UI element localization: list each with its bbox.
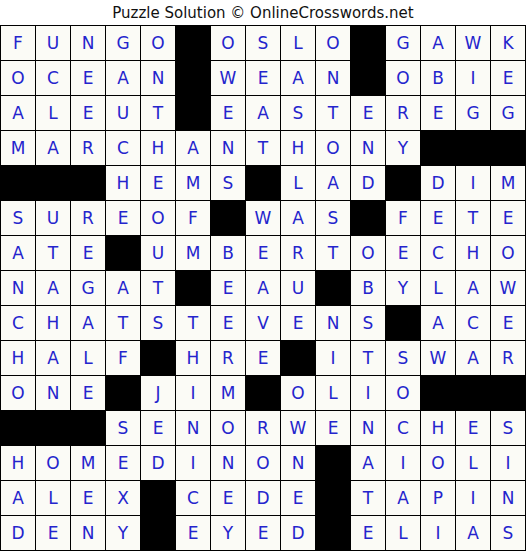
letter-cell-r13c8: O xyxy=(246,446,280,480)
letter-cell-r11c12: O xyxy=(386,376,420,410)
letter-cell-r4c12: Y xyxy=(386,131,420,165)
letter-cell-r1c10: O xyxy=(316,26,350,60)
letter-cell-r15c8: E xyxy=(246,516,280,550)
letter-cell-r13c11: A xyxy=(351,446,385,480)
letter-cell-r15c1: D xyxy=(1,516,35,550)
letter-cell-r14c11: T xyxy=(351,481,385,515)
letter-cell-r6c4: E xyxy=(106,201,140,235)
black-cell-r15c5 xyxy=(141,516,175,550)
letter-cell-r5c7: S xyxy=(211,166,245,200)
letter-cell-r3c13: E xyxy=(421,96,455,130)
letter-cell-r10c8: E xyxy=(246,341,280,375)
letter-cell-r7c11: O xyxy=(351,236,385,270)
black-cell-r8c10 xyxy=(316,271,350,305)
black-cell-r11c8 xyxy=(246,376,280,410)
puzzle-solution-page: Puzzle Solution © OnlineCrosswords.net F… xyxy=(0,0,526,551)
letter-cell-r3c2: L xyxy=(36,96,70,130)
letter-cell-r14c6: C xyxy=(176,481,210,515)
black-cell-r12c3 xyxy=(71,411,105,445)
letter-cell-r13c7: N xyxy=(211,446,245,480)
letter-cell-r10c12: S xyxy=(386,341,420,375)
letter-cell-r7c5: U xyxy=(141,236,175,270)
letter-cell-r11c2: N xyxy=(36,376,70,410)
letter-cell-r5c6: M xyxy=(176,166,210,200)
letter-cell-r5c14: I xyxy=(456,166,490,200)
letter-cell-r3c4: U xyxy=(106,96,140,130)
letter-cell-r6c13: E xyxy=(421,201,455,235)
letter-cell-r15c14: A xyxy=(456,516,490,550)
letter-cell-r14c8: D xyxy=(246,481,280,515)
letter-cell-r14c13: P xyxy=(421,481,455,515)
letter-cell-r5c5: E xyxy=(141,166,175,200)
letter-cell-r2c5: N xyxy=(141,61,175,95)
letter-cell-r6c9: A xyxy=(281,201,315,235)
letter-cell-r7c10: T xyxy=(316,236,350,270)
letter-cell-r10c13: W xyxy=(421,341,455,375)
letter-cell-r6c3: R xyxy=(71,201,105,235)
letter-cell-r10c6: H xyxy=(176,341,210,375)
letter-cell-r1c3: N xyxy=(71,26,105,60)
black-cell-r12c2 xyxy=(36,411,70,445)
letter-cell-r2c10: N xyxy=(316,61,350,95)
letter-cell-r5c11: D xyxy=(351,166,385,200)
letter-cell-r5c10: A xyxy=(316,166,350,200)
letter-cell-r4c4: C xyxy=(106,131,140,165)
black-cell-r14c10 xyxy=(316,481,350,515)
letter-cell-r14c4: X xyxy=(106,481,140,515)
black-cell-r4c13 xyxy=(421,131,455,165)
letter-cell-r8c13: L xyxy=(421,271,455,305)
letter-cell-r14c9: E xyxy=(281,481,315,515)
letter-cell-r7c6: M xyxy=(176,236,210,270)
black-cell-r11c4 xyxy=(106,376,140,410)
black-cell-r3c6 xyxy=(176,96,210,130)
letter-cell-r13c4: E xyxy=(106,446,140,480)
black-cell-r11c14 xyxy=(456,376,490,410)
black-cell-r2c11 xyxy=(351,61,385,95)
letter-cell-r8c7: E xyxy=(211,271,245,305)
letter-cell-r1c9: L xyxy=(281,26,315,60)
letter-cell-r12c13: H xyxy=(421,411,455,445)
letter-cell-r4c1: M xyxy=(1,131,35,165)
letter-cell-r5c15: M xyxy=(491,166,525,200)
letter-cell-r9c4: T xyxy=(106,306,140,340)
black-cell-r1c6 xyxy=(176,26,210,60)
letter-cell-r9c13: A xyxy=(421,306,455,340)
letter-cell-r6c5: O xyxy=(141,201,175,235)
letter-cell-r1c14: W xyxy=(456,26,490,60)
letter-cell-r9c9: E xyxy=(281,306,315,340)
letter-cell-r9c14: C xyxy=(456,306,490,340)
black-cell-r11c13 xyxy=(421,376,455,410)
letter-cell-r13c13: O xyxy=(421,446,455,480)
letter-cell-r15c15: S xyxy=(491,516,525,550)
letter-cell-r12c8: R xyxy=(246,411,280,445)
letter-cell-r7c12: E xyxy=(386,236,420,270)
letter-cell-r14c12: A xyxy=(386,481,420,515)
letter-cell-r4c7: N xyxy=(211,131,245,165)
letter-cell-r7c9: R xyxy=(281,236,315,270)
letter-cell-r3c14: G xyxy=(456,96,490,130)
letter-cell-r10c10: I xyxy=(316,341,350,375)
letter-cell-r10c15: R xyxy=(491,341,525,375)
letter-cell-r9c8: V xyxy=(246,306,280,340)
letter-cell-r3c11: E xyxy=(351,96,385,130)
black-cell-r6c7 xyxy=(211,201,245,235)
letter-cell-r9c11: S xyxy=(351,306,385,340)
letter-cell-r12c9: W xyxy=(281,411,315,445)
letter-cell-r15c7: Y xyxy=(211,516,245,550)
black-cell-r4c14 xyxy=(456,131,490,165)
letter-cell-r8c14: A xyxy=(456,271,490,305)
letter-cell-r12c4: S xyxy=(106,411,140,445)
black-cell-r5c1 xyxy=(1,166,35,200)
letter-cell-r12c14: E xyxy=(456,411,490,445)
letter-cell-r12c11: N xyxy=(351,411,385,445)
letter-cell-r3c1: A xyxy=(1,96,35,130)
letter-cell-r3c7: E xyxy=(211,96,245,130)
letter-cell-r11c3: E xyxy=(71,376,105,410)
letter-cell-r1c1: F xyxy=(1,26,35,60)
letter-cell-r6c8: W xyxy=(246,201,280,235)
letter-cell-r1c12: G xyxy=(386,26,420,60)
letter-cell-r8c2: A xyxy=(36,271,70,305)
black-cell-r5c3 xyxy=(71,166,105,200)
black-cell-r13c10 xyxy=(316,446,350,480)
letter-cell-r9c7: E xyxy=(211,306,245,340)
letter-cell-r14c2: L xyxy=(36,481,70,515)
black-cell-r4c15 xyxy=(491,131,525,165)
letter-cell-r11c1: O xyxy=(1,376,35,410)
letter-cell-r14c7: E xyxy=(211,481,245,515)
black-cell-r15c10 xyxy=(316,516,350,550)
letter-cell-r13c6: I xyxy=(176,446,210,480)
letter-cell-r3c12: R xyxy=(386,96,420,130)
letter-cell-r13c2: O xyxy=(36,446,70,480)
letter-cell-r5c13: D xyxy=(421,166,455,200)
letter-cell-r13c9: N xyxy=(281,446,315,480)
letter-cell-r5c4: H xyxy=(106,166,140,200)
letter-cell-r9c6: T xyxy=(176,306,210,340)
letter-cell-r10c11: T xyxy=(351,341,385,375)
letter-cell-r10c7: R xyxy=(211,341,245,375)
letter-cell-r15c13: I xyxy=(421,516,455,550)
letter-cell-r12c7: O xyxy=(211,411,245,445)
letter-cell-r14c3: E xyxy=(71,481,105,515)
letter-cell-r12c6: N xyxy=(176,411,210,445)
letter-cell-r8c5: T xyxy=(141,271,175,305)
letter-cell-r1c13: A xyxy=(421,26,455,60)
black-cell-r9c12 xyxy=(386,306,420,340)
letter-cell-r2c8: E xyxy=(246,61,280,95)
letter-cell-r3c5: T xyxy=(141,96,175,130)
letter-cell-r9c5: S xyxy=(141,306,175,340)
black-cell-r12c1 xyxy=(1,411,35,445)
letter-cell-r8c11: B xyxy=(351,271,385,305)
letter-cell-r4c6: A xyxy=(176,131,210,165)
black-cell-r10c5 xyxy=(141,341,175,375)
letter-cell-r11c9: O xyxy=(281,376,315,410)
letter-cell-r7c15: O xyxy=(491,236,525,270)
letter-cell-r13c1: H xyxy=(1,446,35,480)
letter-cell-r6c2: U xyxy=(36,201,70,235)
letter-cell-r2c2: C xyxy=(36,61,70,95)
letter-cell-r6c6: F xyxy=(176,201,210,235)
black-cell-r2c6 xyxy=(176,61,210,95)
letter-cell-r7c8: E xyxy=(246,236,280,270)
letter-cell-r2c12: O xyxy=(386,61,420,95)
letter-cell-r8c12: Y xyxy=(386,271,420,305)
letter-cell-r7c3: E xyxy=(71,236,105,270)
letter-cell-r12c5: E xyxy=(141,411,175,445)
letter-cell-r3c15: G xyxy=(491,96,525,130)
letter-cell-r9c15: E xyxy=(491,306,525,340)
letter-cell-r10c1: H xyxy=(1,341,35,375)
letter-cell-r15c12: L xyxy=(386,516,420,550)
letter-cell-r6c1: S xyxy=(1,201,35,235)
letter-cell-r8c8: A xyxy=(246,271,280,305)
letter-cell-r10c2: A xyxy=(36,341,70,375)
letter-cell-r5c9: L xyxy=(281,166,315,200)
letter-cell-r13c14: L xyxy=(456,446,490,480)
black-cell-r8c6 xyxy=(176,271,210,305)
letter-cell-r14c1: A xyxy=(1,481,35,515)
letter-cell-r3c9: S xyxy=(281,96,315,130)
letter-cell-r6c14: T xyxy=(456,201,490,235)
letter-cell-r10c14: A xyxy=(456,341,490,375)
black-cell-r11c15 xyxy=(491,376,525,410)
letter-cell-r1c15: K xyxy=(491,26,525,60)
letter-cell-r7c7: B xyxy=(211,236,245,270)
letter-cell-r11c7: M xyxy=(211,376,245,410)
page-title: Puzzle Solution © OnlineCrosswords.net xyxy=(0,0,526,25)
letter-cell-r15c3: N xyxy=(71,516,105,550)
letter-cell-r10c4: F xyxy=(106,341,140,375)
letter-cell-r4c9: H xyxy=(281,131,315,165)
black-cell-r10c9 xyxy=(281,341,315,375)
letter-cell-r8c1: N xyxy=(1,271,35,305)
letter-cell-r2c14: I xyxy=(456,61,490,95)
letter-cell-r13c3: M xyxy=(71,446,105,480)
letter-cell-r2c3: E xyxy=(71,61,105,95)
letter-cell-r7c1: A xyxy=(1,236,35,270)
letter-cell-r11c5: J xyxy=(141,376,175,410)
letter-cell-r12c10: E xyxy=(316,411,350,445)
letter-cell-r3c10: T xyxy=(316,96,350,130)
letter-cell-r1c8: S xyxy=(246,26,280,60)
letter-cell-r1c2: U xyxy=(36,26,70,60)
black-cell-r14c5 xyxy=(141,481,175,515)
black-cell-r1c11 xyxy=(351,26,385,60)
black-cell-r7c4 xyxy=(106,236,140,270)
letter-cell-r2c9: A xyxy=(281,61,315,95)
letter-cell-r11c10: L xyxy=(316,376,350,410)
letter-cell-r8c4: A xyxy=(106,271,140,305)
letter-cell-r2c4: A xyxy=(106,61,140,95)
letter-cell-r8c3: G xyxy=(71,271,105,305)
black-cell-r5c2 xyxy=(36,166,70,200)
letter-cell-r2c13: B xyxy=(421,61,455,95)
letter-cell-r4c2: A xyxy=(36,131,70,165)
letter-cell-r15c2: E xyxy=(36,516,70,550)
letter-cell-r11c6: I xyxy=(176,376,210,410)
letter-cell-r4c5: H xyxy=(141,131,175,165)
letter-cell-r6c10: S xyxy=(316,201,350,235)
letter-cell-r13c15: I xyxy=(491,446,525,480)
letter-cell-r4c10: O xyxy=(316,131,350,165)
letter-cell-r3c8: A xyxy=(246,96,280,130)
letter-cell-r15c11: E xyxy=(351,516,385,550)
letter-cell-r7c2: T xyxy=(36,236,70,270)
letter-cell-r7c13: C xyxy=(421,236,455,270)
black-cell-r5c8 xyxy=(246,166,280,200)
letter-cell-r15c9: D xyxy=(281,516,315,550)
letter-cell-r9c2: H xyxy=(36,306,70,340)
letter-cell-r6c12: F xyxy=(386,201,420,235)
letter-cell-r6c15: E xyxy=(491,201,525,235)
letter-cell-r2c7: W xyxy=(211,61,245,95)
letter-cell-r8c9: U xyxy=(281,271,315,305)
letter-cell-r4c3: R xyxy=(71,131,105,165)
black-cell-r5c12 xyxy=(386,166,420,200)
letter-cell-r7c14: H xyxy=(456,236,490,270)
letter-cell-r15c6: E xyxy=(176,516,210,550)
letter-cell-r9c3: A xyxy=(71,306,105,340)
letter-cell-r2c15: E xyxy=(491,61,525,95)
letter-cell-r3c3: E xyxy=(71,96,105,130)
letter-cell-r1c7: O xyxy=(211,26,245,60)
letter-cell-r8c15: W xyxy=(491,271,525,305)
letter-cell-r12c12: C xyxy=(386,411,420,445)
letter-cell-r14c14: I xyxy=(456,481,490,515)
letter-cell-r4c8: T xyxy=(246,131,280,165)
letter-cell-r1c5: O xyxy=(141,26,175,60)
letter-cell-r14c15: N xyxy=(491,481,525,515)
letter-cell-r13c5: D xyxy=(141,446,175,480)
crossword-grid: FUNGOOSLOGAWKOCEANWEANOBIEALEUTEASTEREGG… xyxy=(0,25,526,551)
letter-cell-r10c3: L xyxy=(71,341,105,375)
letter-cell-r9c10: N xyxy=(316,306,350,340)
letter-cell-r13c12: I xyxy=(386,446,420,480)
letter-cell-r15c4: Y xyxy=(106,516,140,550)
black-cell-r6c11 xyxy=(351,201,385,235)
letter-cell-r11c11: I xyxy=(351,376,385,410)
letter-cell-r9c1: C xyxy=(1,306,35,340)
letter-cell-r4c11: N xyxy=(351,131,385,165)
letter-cell-r1c4: G xyxy=(106,26,140,60)
letter-cell-r12c15: S xyxy=(491,411,525,445)
letter-cell-r2c1: O xyxy=(1,61,35,95)
